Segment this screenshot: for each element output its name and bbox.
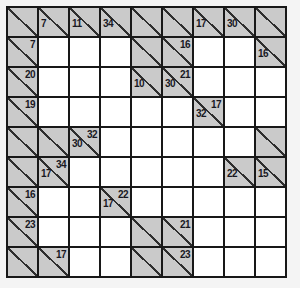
clue-cell-r2c9: 16 [256,38,285,66]
across-clue-r9c6: 23 [180,250,190,260]
clue-cell-r7c1: 16 [8,188,37,216]
clue-cell-r1c4: 34 [101,8,130,36]
entry-cell-r2c8[interactable] [225,38,254,66]
clue-cell-r7c4: 1722 [101,188,130,216]
clue-cell-r5c3: 3032 [70,128,99,156]
clue-cell-r8c1: 23 [8,218,37,246]
clue-cell-r3c5: 10 [132,68,161,96]
across-clue-r8c6: 21 [180,220,190,230]
entry-cell-r4c6[interactable] [163,98,192,126]
block-cell-r5c2 [39,128,68,156]
entry-cell-r5c8[interactable] [225,128,254,156]
block-cell-r1c9 [256,8,285,36]
block-cell-r8c5 [132,218,161,246]
clue-cell-r6c9: 15 [256,158,285,186]
entry-cell-r7c5[interactable] [132,188,161,216]
clue-cell-r6c2: 1734 [39,158,68,186]
across-clue-r5c3: 32 [87,130,97,140]
entry-cell-r8c9[interactable] [256,218,285,246]
entry-cell-r6c4[interactable] [101,158,130,186]
entry-cell-r7c6[interactable] [163,188,192,216]
across-clue-r4c7: 17 [211,100,221,110]
entry-cell-r9c8[interactable] [225,248,254,276]
down-clue-r1c4: 34 [103,19,113,29]
entry-cell-r6c7[interactable] [194,158,223,186]
across-clue-r2c6: 16 [180,40,190,50]
entry-cell-r8c2[interactable] [39,218,68,246]
across-clue-r4c1: 19 [25,100,35,110]
clue-cell-r1c2: 7 [39,8,68,36]
entry-cell-r3c4[interactable] [101,68,130,96]
across-clue-r3c1: 20 [25,70,35,80]
entry-cell-r3c9[interactable] [256,68,285,96]
entry-cell-r4c3[interactable] [70,98,99,126]
down-clue-r6c8: 22 [227,169,237,179]
across-clue-r6c2: 34 [56,160,66,170]
clue-cell-r4c1: 19 [8,98,37,126]
entry-cell-r7c8[interactable] [225,188,254,216]
entry-cell-r4c9[interactable] [256,98,285,126]
entry-cell-r4c8[interactable] [225,98,254,126]
clue-cell-r3c6: 3021 [163,68,192,96]
entry-cell-r2c3[interactable] [70,38,99,66]
clue-cell-r4c7: 3217 [194,98,223,126]
entry-cell-r8c8[interactable] [225,218,254,246]
clue-cell-r1c3: 11 [70,8,99,36]
kakuro-board: 7113417307161620103021193217303217342215… [6,6,287,278]
down-clue-r6c2: 17 [41,169,51,179]
entry-cell-r3c3[interactable] [70,68,99,96]
down-clue-r4c7: 32 [196,109,206,119]
block-cell-r1c1 [8,8,37,36]
entry-cell-r9c9[interactable] [256,248,285,276]
entry-cell-r4c4[interactable] [101,98,130,126]
entry-cell-r2c4[interactable] [101,38,130,66]
block-cell-r1c5 [132,8,161,36]
entry-cell-r4c2[interactable] [39,98,68,126]
down-clue-r1c7: 17 [196,19,206,29]
clue-cell-r8c6: 21 [163,218,192,246]
block-cell-r9c5 [132,248,161,276]
block-cell-r1c6 [163,8,192,36]
block-cell-r2c5 [132,38,161,66]
entry-cell-r2c7[interactable] [194,38,223,66]
entry-cell-r7c2[interactable] [39,188,68,216]
down-clue-r7c4: 17 [103,199,113,209]
entry-cell-r6c6[interactable] [163,158,192,186]
down-clue-r5c3: 30 [72,139,82,149]
clue-cell-r3c1: 20 [8,68,37,96]
down-clue-r3c5: 10 [134,79,144,89]
entry-cell-r4c5[interactable] [132,98,161,126]
entry-cell-r9c4[interactable] [101,248,130,276]
entry-cell-r6c5[interactable] [132,158,161,186]
entry-cell-r3c2[interactable] [39,68,68,96]
across-clue-r2c1: 7 [30,40,35,50]
down-clue-r1c8: 30 [227,19,237,29]
down-clue-r2c9: 16 [258,49,268,59]
clue-cell-r6c8: 22 [225,158,254,186]
entry-cell-r8c3[interactable] [70,218,99,246]
across-clue-r7c4: 22 [118,190,128,200]
entry-cell-r9c3[interactable] [70,248,99,276]
across-clue-r8c1: 23 [25,220,35,230]
entry-cell-r9c7[interactable] [194,248,223,276]
entry-cell-r5c6[interactable] [163,128,192,156]
block-cell-r5c1 [8,128,37,156]
entry-cell-r8c4[interactable] [101,218,130,246]
clue-cell-r9c2: 17 [39,248,68,276]
down-clue-r1c2: 7 [41,19,46,29]
entry-cell-r2c2[interactable] [39,38,68,66]
entry-cell-r8c7[interactable] [194,218,223,246]
across-clue-r9c2: 17 [56,250,66,260]
block-cell-r6c1 [8,158,37,186]
clue-cell-r1c8: 30 [225,8,254,36]
entry-cell-r6c3[interactable] [70,158,99,186]
clue-cell-r2c6: 16 [163,38,192,66]
clue-cell-r2c1: 7 [8,38,37,66]
across-clue-r3c6: 21 [180,70,190,80]
block-cell-r9c1 [8,248,37,276]
across-clue-r7c1: 16 [25,190,35,200]
entry-cell-r5c7[interactable] [194,128,223,156]
down-clue-r3c6: 30 [165,79,175,89]
entry-cell-r3c7[interactable] [194,68,223,96]
entry-cell-r3c8[interactable] [225,68,254,96]
clue-cell-r9c6: 23 [163,248,192,276]
entry-cell-r7c3[interactable] [70,188,99,216]
entry-cell-r5c4[interactable] [101,128,130,156]
entry-cell-r7c9[interactable] [256,188,285,216]
entry-cell-r5c5[interactable] [132,128,161,156]
down-clue-r1c3: 11 [72,19,82,29]
down-clue-r6c9: 15 [258,169,268,179]
clue-cell-r1c7: 17 [194,8,223,36]
entry-cell-r7c7[interactable] [194,188,223,216]
block-cell-r5c9 [256,128,285,156]
